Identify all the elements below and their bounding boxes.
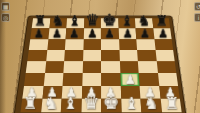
square-c6[interactable] — [65, 38, 83, 49]
white-pawn[interactable]: ♟ — [124, 73, 135, 85]
square-h7[interactable]: ♟ — [153, 28, 172, 38]
black-pawn[interactable]: ♟ — [52, 27, 62, 38]
white-queen[interactable]: ♛ — [83, 93, 100, 112]
square-e6[interactable] — [101, 38, 119, 49]
square-b4[interactable] — [45, 61, 65, 73]
black-pawn[interactable]: ♟ — [87, 27, 97, 38]
square-f5[interactable] — [119, 49, 138, 60]
white-knight[interactable]: ♞ — [144, 95, 159, 111]
black-pawn[interactable]: ♟ — [34, 27, 44, 38]
undo-icon[interactable]: ↺ — [194, 2, 200, 11]
white-king[interactable]: ♚ — [103, 93, 120, 112]
square-d4[interactable] — [82, 61, 101, 73]
square-h5[interactable] — [155, 49, 175, 60]
black-pawn[interactable]: ♟ — [140, 27, 150, 38]
square-e7[interactable]: ♟ — [101, 28, 119, 38]
square-g5[interactable] — [137, 49, 156, 60]
square-a1[interactable]: ♜ — [20, 98, 42, 112]
square-b6[interactable] — [47, 38, 66, 49]
white-bishop[interactable]: ♝ — [124, 95, 139, 111]
square-a4[interactable] — [26, 61, 46, 73]
settings-icon[interactable]: ◎ — [1, 13, 10, 22]
black-pawn[interactable]: ♟ — [122, 27, 132, 38]
square-d3[interactable] — [82, 73, 101, 85]
square-c5[interactable] — [64, 49, 83, 60]
square-e4[interactable] — [101, 61, 120, 73]
square-c7[interactable]: ♟ — [66, 28, 84, 38]
square-h3[interactable] — [157, 73, 178, 85]
info-icon[interactable]: i — [194, 13, 200, 22]
white-knight[interactable]: ♞ — [43, 95, 58, 111]
square-c1[interactable]: ♝ — [61, 98, 82, 112]
black-king[interactable]: ♚ — [102, 12, 116, 28]
square-d7[interactable]: ♟ — [83, 28, 101, 38]
square-b1[interactable]: ♞ — [41, 98, 62, 112]
square-h4[interactable] — [156, 61, 176, 73]
app-screen: ♜♞♝♛♚♝♞♜♟♟♟♟♟♟♟♟♟♟♟♟♟♟♟♟♜♞♝♛♚♝♞♜ ▦ ◎ ↺ i — [0, 0, 200, 113]
board-frame: ♜♞♝♛♚♝♞♜♟♟♟♟♟♟♟♟♟♟♟♟♟♟♟♟♜♞♝♛♚♝♞♜ — [13, 15, 188, 113]
square-g4[interactable] — [138, 61, 158, 73]
square-a6[interactable] — [29, 38, 48, 49]
square-c3[interactable] — [63, 73, 83, 85]
square-g7[interactable]: ♟ — [136, 28, 154, 38]
black-queen[interactable]: ♛ — [85, 12, 99, 28]
square-b5[interactable] — [46, 49, 65, 60]
square-h6[interactable] — [154, 38, 173, 49]
white-rook[interactable]: ♜ — [23, 95, 38, 111]
square-f4[interactable] — [119, 61, 138, 73]
white-bishop[interactable]: ♝ — [64, 95, 79, 111]
chess-board: ♜♞♝♛♚♝♞♜♟♟♟♟♟♟♟♟♟♟♟♟♟♟♟♟♜♞♝♛♚♝♞♜ — [20, 18, 181, 112]
square-f6[interactable] — [119, 38, 137, 49]
square-g6[interactable] — [136, 38, 155, 49]
square-a7[interactable]: ♟ — [30, 28, 49, 38]
board-area: ♜♞♝♛♚♝♞♜♟♟♟♟♟♟♟♟♟♟♟♟♟♟♟♟♜♞♝♛♚♝♞♜ — [11, 0, 189, 113]
square-e3[interactable] — [101, 73, 120, 85]
black-pawn[interactable]: ♟ — [105, 27, 115, 38]
square-f3[interactable]: ♟ — [120, 73, 140, 85]
square-f1[interactable]: ♝ — [121, 98, 142, 112]
menu-icon[interactable]: ▦ — [1, 2, 10, 11]
square-e1[interactable]: ♚ — [101, 98, 121, 112]
square-b7[interactable]: ♟ — [48, 28, 66, 38]
black-pawn[interactable]: ♟ — [158, 27, 168, 38]
black-pawn[interactable]: ♟ — [69, 27, 79, 38]
square-c4[interactable] — [63, 61, 82, 73]
white-rook[interactable]: ♜ — [164, 95, 179, 111]
square-g3[interactable] — [139, 73, 159, 85]
square-b3[interactable] — [43, 73, 63, 85]
square-d1[interactable]: ♛ — [81, 98, 101, 112]
square-a5[interactable] — [27, 49, 47, 60]
square-g1[interactable]: ♞ — [140, 98, 161, 112]
square-a3[interactable] — [24, 73, 44, 85]
square-d5[interactable] — [83, 49, 101, 60]
square-f7[interactable]: ♟ — [118, 28, 136, 38]
square-d6[interactable] — [83, 38, 101, 49]
square-h1[interactable]: ♜ — [160, 98, 182, 112]
square-e5[interactable] — [101, 49, 119, 60]
